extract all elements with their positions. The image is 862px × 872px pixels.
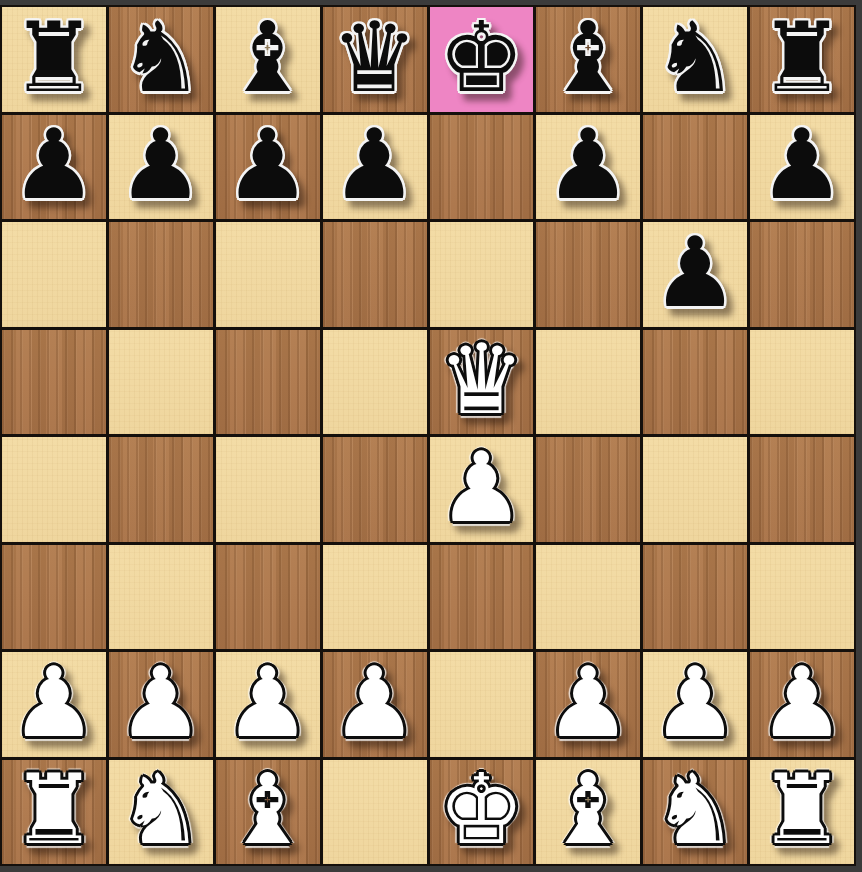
square-c5[interactable] — [216, 330, 320, 435]
square-e4[interactable]: ♟ — [430, 437, 534, 542]
square-f1[interactable]: ♝ — [536, 760, 640, 865]
square-h1[interactable]: ♜ — [750, 760, 854, 865]
piece-white-rook[interactable]: ♜ — [759, 761, 846, 858]
piece-black-queen[interactable]: ♛ — [331, 9, 418, 106]
square-e8[interactable]: ♚ — [430, 7, 534, 112]
piece-white-pawn[interactable]: ♟ — [117, 654, 204, 751]
square-d5[interactable] — [323, 330, 427, 435]
piece-white-bishop[interactable]: ♝ — [545, 761, 632, 858]
window-chrome-right — [856, 0, 862, 872]
square-c4[interactable] — [216, 437, 320, 542]
square-c8[interactable]: ♝ — [216, 7, 320, 112]
square-a2[interactable]: ♟ — [2, 652, 106, 757]
piece-black-pawn[interactable]: ♟ — [224, 116, 311, 213]
piece-black-knight[interactable]: ♞ — [652, 9, 739, 106]
square-g7[interactable] — [643, 115, 747, 220]
chess-board: ♜♞♝♛♚♝♞♜♟♟♟♟♟♟♟♛♟♟♟♟♟♟♟♟♜♞♝♚♝♞♜ — [0, 5, 856, 866]
piece-white-bishop[interactable]: ♝ — [224, 761, 311, 858]
piece-white-pawn[interactable]: ♟ — [545, 654, 632, 751]
window-chrome-bottom — [0, 866, 862, 872]
piece-black-rook[interactable]: ♜ — [759, 9, 846, 106]
square-d7[interactable]: ♟ — [323, 115, 427, 220]
square-c2[interactable]: ♟ — [216, 652, 320, 757]
square-a5[interactable] — [2, 330, 106, 435]
square-f2[interactable]: ♟ — [536, 652, 640, 757]
square-d4[interactable] — [323, 437, 427, 542]
piece-white-pawn[interactable]: ♟ — [331, 654, 418, 751]
square-g3[interactable] — [643, 545, 747, 650]
square-a1[interactable]: ♜ — [2, 760, 106, 865]
square-c7[interactable]: ♟ — [216, 115, 320, 220]
square-d6[interactable] — [323, 222, 427, 327]
square-e1[interactable]: ♚ — [430, 760, 534, 865]
piece-black-pawn[interactable]: ♟ — [652, 224, 739, 321]
piece-white-pawn[interactable]: ♟ — [10, 654, 97, 751]
square-h8[interactable]: ♜ — [750, 7, 854, 112]
piece-white-pawn[interactable]: ♟ — [224, 654, 311, 751]
square-d2[interactable]: ♟ — [323, 652, 427, 757]
square-f3[interactable] — [536, 545, 640, 650]
square-h4[interactable] — [750, 437, 854, 542]
square-f8[interactable]: ♝ — [536, 7, 640, 112]
square-f6[interactable] — [536, 222, 640, 327]
piece-black-bishop[interactable]: ♝ — [224, 9, 311, 106]
square-d3[interactable] — [323, 545, 427, 650]
square-h2[interactable]: ♟ — [750, 652, 854, 757]
piece-white-rook[interactable]: ♜ — [10, 761, 97, 858]
square-h3[interactable] — [750, 545, 854, 650]
square-b4[interactable] — [109, 437, 213, 542]
square-e7[interactable] — [430, 115, 534, 220]
piece-black-pawn[interactable]: ♟ — [545, 116, 632, 213]
piece-black-bishop[interactable]: ♝ — [545, 9, 632, 106]
square-f7[interactable]: ♟ — [536, 115, 640, 220]
piece-black-rook[interactable]: ♜ — [10, 9, 97, 106]
square-f4[interactable] — [536, 437, 640, 542]
square-h5[interactable] — [750, 330, 854, 435]
piece-white-pawn[interactable]: ♟ — [652, 654, 739, 751]
square-a8[interactable]: ♜ — [2, 7, 106, 112]
square-g4[interactable] — [643, 437, 747, 542]
square-f5[interactable] — [536, 330, 640, 435]
square-c6[interactable] — [216, 222, 320, 327]
piece-white-pawn[interactable]: ♟ — [438, 439, 525, 536]
square-g1[interactable]: ♞ — [643, 760, 747, 865]
square-d1[interactable] — [323, 760, 427, 865]
piece-black-pawn[interactable]: ♟ — [331, 116, 418, 213]
square-a7[interactable]: ♟ — [2, 115, 106, 220]
piece-black-knight[interactable]: ♞ — [117, 9, 204, 106]
square-d8[interactable]: ♛ — [323, 7, 427, 112]
piece-white-king[interactable]: ♚ — [438, 761, 525, 858]
square-b3[interactable] — [109, 545, 213, 650]
piece-white-knight[interactable]: ♞ — [117, 761, 204, 858]
square-b6[interactable] — [109, 222, 213, 327]
piece-white-knight[interactable]: ♞ — [652, 761, 739, 858]
square-g6[interactable]: ♟ — [643, 222, 747, 327]
square-a3[interactable] — [2, 545, 106, 650]
piece-black-pawn[interactable]: ♟ — [10, 116, 97, 213]
square-h6[interactable] — [750, 222, 854, 327]
piece-white-queen[interactable]: ♛ — [438, 331, 525, 428]
piece-black-king[interactable]: ♚ — [438, 9, 525, 106]
square-g8[interactable]: ♞ — [643, 7, 747, 112]
square-e2[interactable] — [430, 652, 534, 757]
square-h7[interactable]: ♟ — [750, 115, 854, 220]
square-b8[interactable]: ♞ — [109, 7, 213, 112]
square-b1[interactable]: ♞ — [109, 760, 213, 865]
square-a6[interactable] — [2, 222, 106, 327]
square-g2[interactable]: ♟ — [643, 652, 747, 757]
piece-black-pawn[interactable]: ♟ — [759, 116, 846, 213]
square-e3[interactable] — [430, 545, 534, 650]
piece-white-pawn[interactable]: ♟ — [759, 654, 846, 751]
square-b2[interactable]: ♟ — [109, 652, 213, 757]
piece-black-pawn[interactable]: ♟ — [117, 116, 204, 213]
square-g5[interactable] — [643, 330, 747, 435]
square-c1[interactable]: ♝ — [216, 760, 320, 865]
square-a4[interactable] — [2, 437, 106, 542]
square-c3[interactable] — [216, 545, 320, 650]
square-e6[interactable] — [430, 222, 534, 327]
square-e5[interactable]: ♛ — [430, 330, 534, 435]
square-b7[interactable]: ♟ — [109, 115, 213, 220]
chess-app-viewport: ♜♞♝♛♚♝♞♜♟♟♟♟♟♟♟♛♟♟♟♟♟♟♟♟♜♞♝♚♝♞♜ — [0, 0, 862, 872]
square-b5[interactable] — [109, 330, 213, 435]
